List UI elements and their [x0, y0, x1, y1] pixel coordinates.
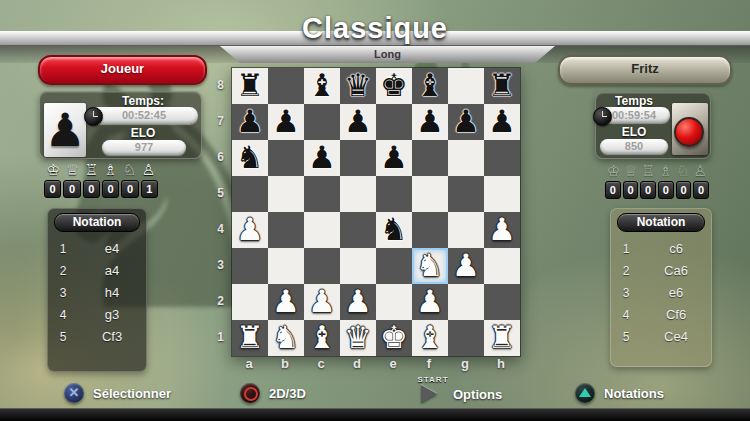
capture-count: 0	[658, 181, 674, 199]
capture-count: 0	[640, 181, 656, 199]
white-piece-r: ♜	[484, 320, 520, 356]
move-number: 4	[48, 304, 78, 326]
square-d4[interactable]	[340, 212, 376, 248]
square-e5[interactable]	[376, 176, 412, 212]
clock-icon	[593, 107, 612, 126]
move-number: 4	[611, 304, 641, 326]
rank-label: 1	[213, 319, 228, 355]
black-piece-n: ♞	[376, 212, 412, 248]
file-label: d	[339, 356, 375, 371]
capture-count: 0	[102, 180, 119, 198]
select-hint-label: Sélectionner	[93, 386, 171, 401]
rank-label: 3	[213, 247, 228, 283]
square-c7[interactable]	[304, 104, 340, 140]
capture-count: 0	[63, 180, 80, 198]
black-piece-b: ♝	[304, 68, 340, 104]
square-d5[interactable]	[340, 176, 376, 212]
capture-count: 0	[693, 181, 709, 199]
square-e2[interactable]	[376, 284, 412, 320]
square-d3[interactable]	[340, 248, 376, 284]
fritz-red-button-icon	[674, 117, 704, 147]
move-text: Ca6	[641, 260, 711, 282]
square-g2[interactable]	[448, 284, 484, 320]
black-piece-n: ♞	[232, 140, 268, 176]
start-arrow-icon	[421, 385, 437, 403]
square-a1[interactable]: ♜	[232, 320, 268, 356]
fritz-captured-tray: ♔♕♖♗♘♙000000	[605, 163, 709, 199]
square-h3[interactable]	[484, 248, 520, 284]
fritz-elo-value: 850	[600, 139, 668, 154]
square-h1[interactable]: ♜	[484, 320, 520, 356]
player-captured-tray: ♔♕♖♗♘♙000001	[44, 162, 158, 198]
notation-row: 4g3	[48, 304, 146, 326]
notation-row: 2a4	[48, 260, 146, 282]
captured-piece-icon: ♘	[120, 162, 139, 178]
move-number: 1	[611, 238, 641, 260]
square-f8[interactable]: ♝	[412, 68, 448, 104]
player-button[interactable]: Joueur	[38, 55, 207, 85]
square-h6[interactable]	[484, 140, 520, 176]
move-text: Cf6	[641, 304, 711, 326]
black-piece-r: ♜	[232, 68, 268, 104]
square-d6[interactable]	[340, 140, 376, 176]
player-notation-panel: Notation 1e42a43h44g35Cf3	[47, 208, 147, 372]
file-labels: abcdefgh	[231, 356, 519, 371]
triangle-button-icon[interactable]	[575, 383, 595, 403]
fritz-card: Temps 00:59:54 ELO 850	[595, 92, 711, 159]
fritz-notation-panel: Notation 1c62Ca63e64Cf65Ce4	[610, 208, 712, 367]
captured-piece-icon: ♖	[640, 163, 657, 179]
notation-row: 3e6	[611, 282, 711, 304]
square-h4[interactable]: ♟	[484, 212, 520, 248]
black-piece-p: ♟	[304, 140, 340, 176]
square-b4[interactable]	[268, 212, 304, 248]
black-piece-p: ♟	[340, 104, 376, 140]
player-elo-value: 977	[102, 140, 186, 155]
white-piece-p: ♟	[340, 284, 376, 320]
square-f4[interactable]	[412, 212, 448, 248]
square-g4[interactable]	[448, 212, 484, 248]
clock-icon	[84, 107, 103, 126]
notations-hint[interactable]: Notations	[575, 383, 664, 403]
square-a3[interactable]	[232, 248, 268, 284]
options-hint[interactable]: START Options	[418, 383, 502, 405]
white-piece-p: ♟	[412, 284, 448, 320]
move-text: a4	[78, 260, 146, 282]
white-piece-p: ♟	[232, 212, 268, 248]
bottom-strip	[0, 408, 750, 421]
white-piece-q: ♛	[340, 320, 376, 356]
notation-row: 5Ce4	[611, 326, 711, 348]
square-h5[interactable]	[484, 176, 520, 212]
notation-header: Notation	[54, 213, 140, 232]
square-g3[interactable]: ♟	[448, 248, 484, 284]
start-button-icon[interactable]: START	[418, 383, 444, 405]
move-text: h4	[78, 282, 146, 304]
square-b3[interactable]	[268, 248, 304, 284]
square-e1[interactable]: ♚	[376, 320, 412, 356]
black-piece-p: ♟	[412, 104, 448, 140]
square-d7[interactable]: ♟	[340, 104, 376, 140]
circle-button-icon[interactable]	[240, 383, 260, 403]
square-d1[interactable]: ♛	[340, 320, 376, 356]
player-elo-label: ELO	[90, 126, 196, 140]
notation-row: 4Cf6	[611, 304, 711, 326]
black-piece-p: ♟	[268, 104, 304, 140]
square-e7[interactable]	[376, 104, 412, 140]
rank-label: 5	[213, 175, 228, 211]
captured-piece-icon: ♔	[605, 163, 622, 179]
white-piece-p: ♟	[268, 284, 304, 320]
captured-piece-icon: ♔	[44, 162, 63, 178]
square-h8[interactable]: ♜	[484, 68, 520, 104]
captured-piece-icon: ♙	[692, 163, 709, 179]
capture-count: 0	[121, 180, 138, 198]
file-label: c	[303, 356, 339, 371]
square-g8[interactable]	[448, 68, 484, 104]
rank-label: 7	[213, 103, 228, 139]
square-c3[interactable]	[304, 248, 340, 284]
capture-count: 0	[623, 181, 639, 199]
square-g1[interactable]	[448, 320, 484, 356]
square-f1[interactable]: ♝	[412, 320, 448, 356]
move-number: 2	[611, 260, 641, 282]
file-label: e	[375, 356, 411, 371]
black-piece-r: ♜	[484, 68, 520, 104]
square-b6[interactable]	[268, 140, 304, 176]
square-e8[interactable]: ♚	[376, 68, 412, 104]
black-piece-b: ♝	[412, 68, 448, 104]
move-text: e4	[78, 238, 146, 260]
square-a7[interactable]: ♟	[232, 104, 268, 140]
move-number: 5	[611, 326, 641, 348]
black-piece-q: ♛	[340, 68, 376, 104]
notation-row: 5Cf3	[48, 326, 146, 348]
white-piece-b: ♝	[412, 320, 448, 356]
select-hint[interactable]: ✕ Sélectionner	[64, 383, 171, 403]
captured-piece-icon: ♘	[674, 163, 691, 179]
square-a2[interactable]	[232, 284, 268, 320]
board: ♜♝♛♚♝♜♟♟♟♟♟♟♞♟♟♟♞♟♞♟♟♟♟♟♜♞♝♛♚♝♜	[231, 67, 521, 357]
notation-row: 1c6	[611, 238, 711, 260]
rank-label: 8	[213, 67, 228, 103]
start-button-text: START	[416, 375, 450, 384]
file-label: f	[411, 356, 447, 371]
move-text: g3	[78, 304, 146, 326]
square-a4[interactable]: ♟	[232, 212, 268, 248]
move-text: Ce4	[641, 326, 711, 348]
square-g7[interactable]: ♟	[448, 104, 484, 140]
black-piece-p: ♟	[232, 104, 268, 140]
square-c1[interactable]: ♝	[304, 320, 340, 356]
square-a5[interactable]	[232, 176, 268, 212]
move-text: c6	[641, 238, 711, 260]
player-time-label: Temps:	[90, 94, 196, 108]
square-f5[interactable]	[412, 176, 448, 212]
file-label: h	[483, 356, 519, 371]
captured-piece-icon: ♖	[82, 162, 101, 178]
fritz-time-label: Temps	[598, 94, 670, 108]
square-b1[interactable]: ♞	[268, 320, 304, 356]
square-b2[interactable]: ♟	[268, 284, 304, 320]
square-f6[interactable]	[412, 140, 448, 176]
black-pawn-avatar-icon: ♟	[44, 104, 85, 156]
fritz-button[interactable]: Fritz	[558, 55, 732, 85]
square-f7[interactable]: ♟	[412, 104, 448, 140]
capture-count: 0	[44, 180, 61, 198]
file-label: b	[267, 356, 303, 371]
move-number: 5	[48, 326, 78, 348]
square-e6[interactable]: ♟	[376, 140, 412, 176]
fritz-elo-label: ELO	[598, 125, 670, 139]
notation-row: 3h4	[48, 282, 146, 304]
square-b5[interactable]	[268, 176, 304, 212]
square-f2[interactable]: ♟	[412, 284, 448, 320]
square-b7[interactable]: ♟	[268, 104, 304, 140]
square-b8[interactable]	[268, 68, 304, 104]
player-card: ♟ Temps: 00:52:45 ELO 977	[39, 91, 202, 159]
move-number: 1	[48, 238, 78, 260]
capture-count: 0	[676, 181, 692, 199]
page-title: Classique	[0, 12, 750, 45]
captured-piece-icon: ♗	[101, 162, 120, 178]
move-number: 3	[48, 282, 78, 304]
capture-count: 0	[605, 181, 621, 199]
move-text: e6	[641, 282, 711, 304]
square-a6[interactable]: ♞	[232, 140, 268, 176]
white-piece-p: ♟	[484, 212, 520, 248]
square-c8[interactable]: ♝	[304, 68, 340, 104]
rank-label: 6	[213, 139, 228, 175]
mode-hint-label: 2D/3D	[269, 386, 306, 401]
captured-piece-icon: ♙	[139, 162, 158, 178]
square-e3[interactable]	[376, 248, 412, 284]
captured-piece-icon: ♗	[657, 163, 674, 179]
capture-count: 0	[83, 180, 100, 198]
white-piece-p: ♟	[448, 248, 484, 284]
notation-header: Notation	[617, 213, 705, 232]
black-piece-p: ♟	[484, 104, 520, 140]
move-text: Cf3	[78, 326, 146, 348]
game-mode-label: Long	[220, 46, 555, 63]
mode-hint[interactable]: 2D/3D	[240, 383, 306, 403]
player-avatar: ♟	[44, 103, 86, 157]
black-piece-p: ♟	[376, 140, 412, 176]
white-piece-n: ♞	[268, 320, 304, 356]
square-f3[interactable]: ♞	[412, 248, 448, 284]
notation-row: 2Ca6	[611, 260, 711, 282]
options-hint-label: Options	[453, 387, 502, 402]
square-c5[interactable]	[304, 176, 340, 212]
file-label: a	[231, 356, 267, 371]
square-a8[interactable]: ♜	[232, 68, 268, 104]
game-screen: ♞ ♟ ♝ Classique Long Joueur Fritz ♟ Temp…	[0, 0, 750, 421]
white-piece-n: ♞	[412, 248, 448, 284]
cross-button-icon[interactable]: ✕	[64, 383, 84, 403]
square-g6[interactable]	[448, 140, 484, 176]
captured-piece-icon: ♕	[622, 163, 639, 179]
fritz-avatar	[672, 103, 708, 155]
square-e4[interactable]: ♞	[376, 212, 412, 248]
square-h2[interactable]	[484, 284, 520, 320]
captured-piece-icon: ♕	[63, 162, 82, 178]
square-d8[interactable]: ♛	[340, 68, 376, 104]
black-piece-k: ♚	[376, 68, 412, 104]
square-g5[interactable]	[448, 176, 484, 212]
white-piece-r: ♜	[232, 320, 268, 356]
square-c4[interactable]	[304, 212, 340, 248]
rank-labels: 87654321	[213, 67, 228, 355]
move-number: 2	[48, 260, 78, 282]
move-number: 3	[611, 282, 641, 304]
square-c6[interactable]: ♟	[304, 140, 340, 176]
white-piece-b: ♝	[304, 320, 340, 356]
black-piece-p: ♟	[448, 104, 484, 140]
white-piece-p: ♟	[304, 284, 340, 320]
square-c2[interactable]: ♟	[304, 284, 340, 320]
notation-row: 1e4	[48, 238, 146, 260]
white-piece-k: ♚	[376, 320, 412, 356]
square-d2[interactable]: ♟	[340, 284, 376, 320]
capture-count: 1	[141, 180, 158, 198]
square-h7[interactable]: ♟	[484, 104, 520, 140]
player-time-value: 00:52:45	[90, 107, 198, 124]
notations-hint-label: Notations	[604, 386, 664, 401]
rank-label: 2	[213, 283, 228, 319]
file-label: g	[447, 356, 483, 371]
rank-label: 4	[213, 211, 228, 247]
